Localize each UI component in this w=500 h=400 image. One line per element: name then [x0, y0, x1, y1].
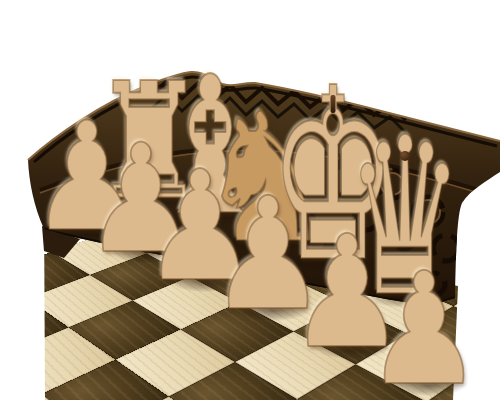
chess-set-photo: ♟♜♟♝♟♞♟♚♟♛♟: [0, 0, 500, 400]
finial-stick-icon: [331, 95, 336, 113]
pawn-glyph: ♟: [365, 270, 483, 391]
pieces-layer: ♟♜♟♝♟♞♟♚♟♛♟: [0, 0, 500, 400]
finial-ball-icon: [400, 151, 410, 161]
